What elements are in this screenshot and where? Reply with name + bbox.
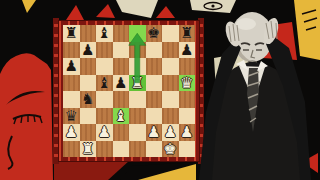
- square-h7: ♟: [179, 42, 196, 59]
- square-d7: [113, 42, 130, 59]
- square-h4: [179, 91, 196, 108]
- white-rook-e5: ♜: [131, 75, 144, 92]
- white-queen-h5: ♛: [180, 75, 193, 92]
- square-g5: [162, 75, 179, 92]
- square-g1: ♚: [162, 141, 179, 158]
- square-a6: ♟: [63, 58, 80, 75]
- square-f1: [146, 141, 163, 158]
- square-f6: [146, 58, 163, 75]
- black-queen-a3: ♛: [65, 108, 78, 125]
- square-e2: [129, 124, 146, 141]
- white-bishop-d3: ♝: [114, 108, 127, 125]
- square-a8: ♜: [63, 25, 80, 42]
- square-g7: [162, 42, 179, 59]
- square-h5: ♛: [179, 75, 196, 92]
- white-pawn-a2: ♟: [65, 124, 78, 141]
- white-rook-b1: ♜: [81, 141, 94, 158]
- square-h1: [179, 141, 196, 158]
- square-f2: ♟: [146, 124, 163, 141]
- square-f3: [146, 108, 163, 125]
- square-a7: [63, 42, 80, 59]
- square-c2: ♟: [96, 124, 113, 141]
- square-g8: [162, 25, 179, 42]
- black-bishop-c5: ♝: [98, 75, 111, 92]
- square-d8: [113, 25, 130, 42]
- square-c1: [96, 141, 113, 158]
- square-f5: [146, 75, 163, 92]
- square-f7: [146, 42, 163, 59]
- square-b5: [80, 75, 97, 92]
- square-a2: ♟: [63, 124, 80, 141]
- white-pawn-g2: ♟: [164, 124, 177, 141]
- square-d4: [113, 91, 130, 108]
- white-pawn-c2: ♟: [98, 124, 111, 141]
- square-c4: [96, 91, 113, 108]
- square-d6: [113, 58, 130, 75]
- square-h6: [179, 58, 196, 75]
- black-bishop-c8: ♝: [98, 25, 111, 42]
- square-c5: ♝: [96, 75, 113, 92]
- square-g6: [162, 58, 179, 75]
- square-d3: ♝: [113, 108, 130, 125]
- square-e8: [129, 25, 146, 42]
- square-d1: [113, 141, 130, 158]
- black-pawn-d5: ♟: [114, 75, 127, 92]
- square-e7: [129, 42, 146, 59]
- square-f4: [146, 91, 163, 108]
- square-c8: ♝: [96, 25, 113, 42]
- square-d5: ♟: [113, 75, 130, 92]
- square-a4: [63, 91, 80, 108]
- square-b6: [80, 58, 97, 75]
- chess-board: ♜♝♚♜♟♟♟♝♟♜♛♞♛♝♟♟♟♟♟♜♚: [63, 25, 195, 157]
- square-b8: [80, 25, 97, 42]
- square-b7: ♟: [80, 42, 97, 59]
- bald-shine: [236, 18, 256, 30]
- square-h2: ♟: [179, 124, 196, 141]
- square-a5: [63, 75, 80, 92]
- square-a1: [63, 141, 80, 158]
- video-thumbnail: ♜♝♚♜♟♟♟♝♟♜♛♞♛♝♟♟♟♟♟♜♚: [0, 0, 320, 180]
- square-e3: [129, 108, 146, 125]
- square-g3: [162, 108, 179, 125]
- black-rook-a8: ♜: [65, 25, 78, 42]
- square-d2: [113, 124, 130, 141]
- square-a3: ♛: [63, 108, 80, 125]
- black-pawn-a6: ♟: [65, 58, 78, 75]
- square-e5: ♜: [129, 75, 146, 92]
- square-c6: [96, 58, 113, 75]
- black-pawn-h7: ♟: [180, 42, 193, 59]
- black-pawn-b7: ♟: [81, 42, 94, 59]
- square-g4: [162, 91, 179, 108]
- square-e4: [129, 91, 146, 108]
- square-h3: [179, 108, 196, 125]
- black-knight-b4: ♞: [81, 91, 94, 108]
- square-b3: [80, 108, 97, 125]
- square-b4: ♞: [80, 91, 97, 108]
- square-f8: ♚: [146, 25, 163, 42]
- square-c7: [96, 42, 113, 59]
- square-c3: [96, 108, 113, 125]
- square-e6: [129, 58, 146, 75]
- black-king-f8: ♚: [147, 25, 160, 42]
- face-illustration: [0, 53, 53, 180]
- white-pawn-h2: ♟: [180, 124, 193, 141]
- white-pawn-f2: ♟: [147, 124, 160, 141]
- square-h8: ♜: [179, 25, 196, 42]
- square-g2: ♟: [162, 124, 179, 141]
- black-rook-h8: ♜: [180, 25, 193, 42]
- white-king-g1: ♚: [164, 141, 177, 158]
- square-b1: ♜: [80, 141, 97, 158]
- chess-board-frame: ♜♝♚♜♟♟♟♝♟♜♛♞♛♝♟♟♟♟♟♜♚: [58, 20, 200, 162]
- square-e1: [129, 141, 146, 158]
- square-b2: [80, 124, 97, 141]
